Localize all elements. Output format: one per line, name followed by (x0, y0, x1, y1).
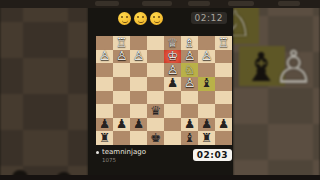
chess-board: ♖♕♗♖♙♙♙♔♙♙♙♘♟♙♝♛♟♟♟♟♟♟♜♚♝♜ (96, 36, 232, 145)
square-e5[interactable] (164, 91, 181, 105)
square-h8[interactable] (215, 131, 232, 145)
square-e6[interactable] (164, 104, 181, 118)
square-g8[interactable]: ♜ (198, 131, 215, 145)
square-e7[interactable] (164, 118, 181, 132)
hug-emoji (118, 12, 131, 25)
square-a3[interactable] (96, 63, 113, 77)
hug-emoji (150, 12, 163, 25)
square-f8[interactable]: ♝ (181, 131, 198, 145)
square-h3[interactable] (215, 63, 232, 77)
square-f4[interactable]: ♙ (181, 77, 198, 91)
square-d6[interactable]: ♛ (147, 104, 164, 118)
player-rating: 1075 (102, 157, 146, 163)
black-pawn-piece: ♟ (99, 118, 110, 131)
black-pawn-piece: ♟ (167, 77, 178, 90)
white-pawn-piece: ♙ (184, 77, 195, 90)
square-c5[interactable] (130, 91, 147, 105)
bottom-player-bar[interactable]: teamninjago 1075 (96, 148, 146, 163)
black-pawn-piece: ♟ (218, 118, 229, 131)
square-d2[interactable] (147, 50, 164, 64)
white-pawn-piece: ♙ (133, 50, 144, 63)
square-h4[interactable] (215, 77, 232, 91)
white-knight-piece: ♘ (184, 64, 195, 77)
square-e4[interactable]: ♟ (164, 77, 181, 91)
black-rook-piece: ♜ (99, 132, 110, 145)
white-rook-piece: ♖ (218, 37, 229, 50)
white-bishop-piece: ♗ (184, 37, 195, 50)
white-pawn-piece: ♙ (184, 50, 195, 63)
black-pawn-piece: ♟ (201, 118, 212, 131)
square-e8[interactable] (164, 131, 181, 145)
square-a4[interactable] (96, 77, 113, 91)
square-b2[interactable]: ♙ (113, 50, 130, 64)
square-h1[interactable]: ♖ (215, 36, 232, 50)
square-a8[interactable]: ♜ (96, 131, 113, 145)
square-b4[interactable] (113, 77, 130, 91)
black-king-piece: ♚ (150, 132, 161, 145)
white-pawn-piece: ♙ (201, 50, 212, 63)
game-screen: 02:12 ♖♕♗♖♙♙♙♔♙♙♙♘♟♙♝♛♟♟♟♟♟♟♜♚♝♜ teamnin… (88, 0, 233, 180)
screenshot-root: ♘ ♝ ♙ 02:12 ♖♕♗♖♙♙♙♔♙♙♙♘♟♙♝♛♟♟♟♟♟♟♜♚♝♜ t… (0, 0, 320, 180)
black-rook-piece: ♜ (201, 132, 212, 145)
white-clock: 02:12 (191, 12, 227, 24)
white-pawn-piece: ♙ (167, 64, 178, 77)
black-pawn-piece: ♟ (184, 118, 195, 131)
square-a5[interactable] (96, 91, 113, 105)
white-queen-piece: ♕ (167, 37, 178, 50)
square-h2[interactable] (215, 50, 232, 64)
player-status-dot (96, 151, 99, 154)
square-g5[interactable] (198, 91, 215, 105)
blurred-bottom-strip (0, 175, 320, 180)
blurred-board-background-left (0, 0, 88, 180)
square-g4[interactable]: ♝ (198, 77, 215, 91)
square-d3[interactable] (147, 63, 164, 77)
square-a2[interactable]: ♙ (96, 50, 113, 64)
square-b3[interactable] (113, 63, 130, 77)
square-c4[interactable] (130, 77, 147, 91)
black-pawn-piece: ♟ (133, 118, 144, 131)
player-name[interactable]: teamninjago (102, 148, 146, 156)
giant-white-pawn-icon: ♙ (273, 44, 314, 90)
blurred-status-strip (0, 0, 320, 8)
black-queen-piece: ♛ (150, 105, 161, 118)
blurred-board-background-right: ♘ ♝ ♙ (233, 0, 320, 180)
square-b8[interactable] (113, 131, 130, 145)
square-f5[interactable] (181, 91, 198, 105)
hug-emoji (134, 12, 147, 25)
square-d1[interactable] (147, 36, 164, 50)
reaction-emoji-row (118, 12, 163, 25)
black-bishop-piece: ♝ (201, 77, 212, 90)
white-pawn-piece: ♙ (116, 50, 127, 63)
square-c3[interactable] (130, 63, 147, 77)
square-c7[interactable]: ♟ (130, 118, 147, 132)
square-h5[interactable] (215, 91, 232, 105)
square-b5[interactable] (113, 91, 130, 105)
square-c8[interactable] (130, 131, 147, 145)
square-d4[interactable] (147, 77, 164, 91)
black-clock: 02:03 (193, 149, 232, 161)
black-bishop-piece: ♝ (184, 132, 195, 145)
square-g2[interactable]: ♙ (198, 50, 215, 64)
square-c2[interactable]: ♙ (130, 50, 147, 64)
white-pawn-piece: ♙ (99, 50, 110, 63)
black-pawn-piece: ♟ (116, 118, 127, 131)
white-king-piece: ♔ (167, 50, 178, 63)
square-b7[interactable]: ♟ (113, 118, 130, 132)
white-rook-piece: ♖ (116, 37, 127, 50)
square-d8[interactable]: ♚ (147, 131, 164, 145)
square-h7[interactable]: ♟ (215, 118, 232, 132)
